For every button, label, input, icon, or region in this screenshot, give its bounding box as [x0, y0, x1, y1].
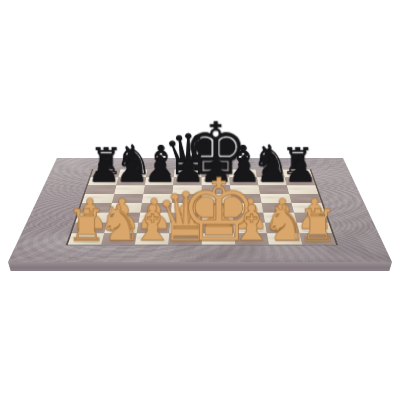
- photo-background: ♜♞♝♛♚♝♞♜♟♟♟♟♟♟♟♟♟♟♟♟♟♟♟♟♜♞♝♛♚♝♞♜: [0, 0, 400, 400]
- square-g7: ♟: [257, 177, 287, 185]
- piece-white-rook-h1: ♜: [298, 203, 338, 247]
- square-h1: ♜: [299, 233, 335, 244]
- square-h7: ♟: [285, 177, 316, 185]
- square-a7: ♟: [88, 177, 118, 185]
- chess-board: ♜♞♝♛♚♝♞♜♟♟♟♟♟♟♟♟♟♟♟♟♟♟♟♟♜♞♝♛♚♝♞♜: [8, 158, 392, 262]
- board-grid: ♜♞♝♛♚♝♞♜♟♟♟♟♟♟♟♟♟♟♟♟♟♟♟♟♜♞♝♛♚♝♞♜: [66, 169, 338, 245]
- board-scene: ♜♞♝♛♚♝♞♜♟♟♟♟♟♟♟♟♟♟♟♟♟♟♟♟♜♞♝♛♚♝♞♜: [0, 0, 400, 400]
- board-front-edge: [8, 262, 392, 271]
- square-b7: ♟: [116, 177, 146, 185]
- piece-black-pawn-h7: ♟: [283, 151, 316, 188]
